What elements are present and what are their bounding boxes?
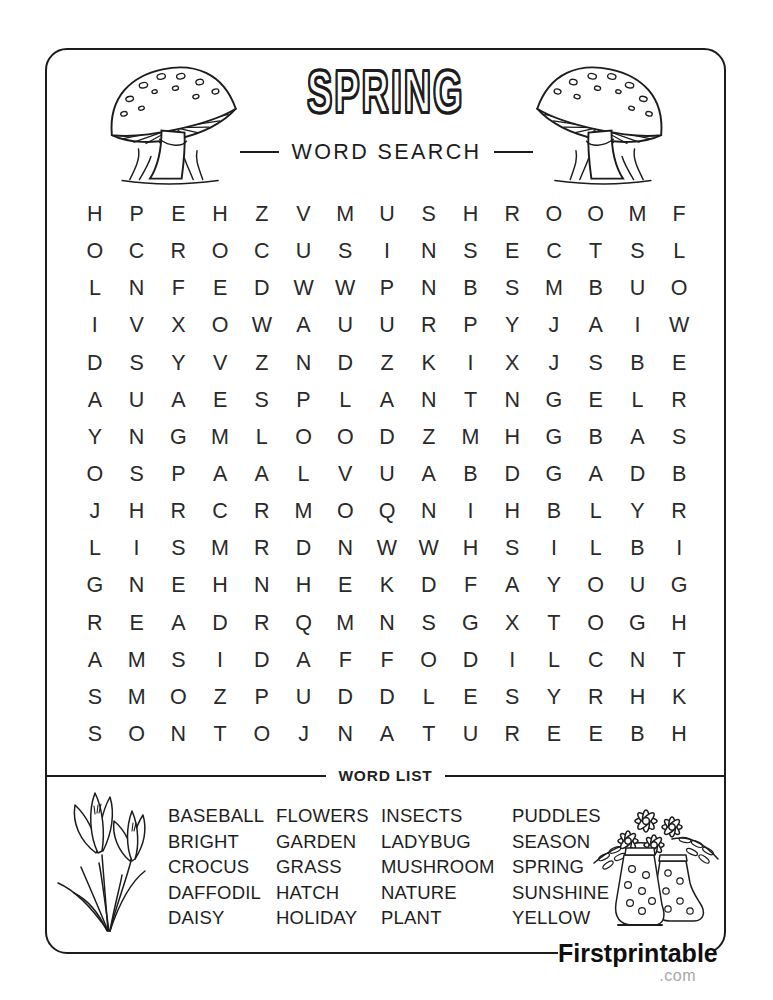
grid-cell[interactable]: A [366,716,408,753]
grid-cell[interactable]: D [324,345,366,382]
grid-cell[interactable]: B [575,270,617,307]
grid-cell[interactable]: Q [366,493,408,530]
grid-cell[interactable]: E [199,270,241,307]
grid-cell[interactable]: O [74,456,116,493]
grid-cell[interactable]: G [658,567,700,604]
grid-cell[interactable]: P [157,456,199,493]
grid-cell[interactable]: A [366,382,408,419]
grid-cell[interactable]: K [366,567,408,604]
grid-cell[interactable]: N [617,642,659,679]
grid-cell[interactable]: E [575,382,617,419]
grid-cell[interactable]: T [575,233,617,270]
grid-cell[interactable]: D [199,604,241,641]
grid-cell[interactable]: G [533,382,575,419]
grid-cell[interactable]: S [491,530,533,567]
grid-cell[interactable]: F [157,270,199,307]
grid-cell[interactable]: D [491,456,533,493]
grid-cell[interactable]: R [491,716,533,753]
grid-cell[interactable]: T [199,716,241,753]
grid-cell[interactable]: S [575,345,617,382]
grid-cell[interactable]: O [283,419,325,456]
grid-cell[interactable]: B [450,456,492,493]
grid-cell[interactable]: S [116,345,158,382]
word-list-item: MUSHROOM [381,854,495,880]
grid-cell[interactable]: R [658,382,700,419]
divider-line-left [46,775,326,777]
grid-cell[interactable]: G [533,419,575,456]
grid-cell[interactable]: W [324,270,366,307]
subtitle-dash-right-icon [494,151,533,153]
grid-cell[interactable]: N [283,345,325,382]
grid-cell[interactable]: M [450,419,492,456]
printable-page: SPRING WORD SEARCH HPEHZVMUSHROOMFOCROCU… [0,0,773,1000]
grid-cell[interactable]: P [450,307,492,344]
grid-cell[interactable]: E [157,196,199,233]
grid-cell[interactable]: Z [199,679,241,716]
grid-cell[interactable]: F [324,642,366,679]
grid-cell[interactable]: E [450,679,492,716]
word-list-item: GARDEN [276,829,369,855]
grid-cell[interactable]: E [575,716,617,753]
grid-cell[interactable]: W [366,530,408,567]
grid-cell[interactable]: N [116,270,158,307]
grid-cell[interactable]: N [324,530,366,567]
grid-cell[interactable]: I [658,530,700,567]
crocus-flowers-icon [50,783,168,935]
grid-cell[interactable]: O [533,196,575,233]
grid-cell[interactable]: H [658,604,700,641]
grid-cell[interactable]: J [533,307,575,344]
grid-cell[interactable]: S [74,679,116,716]
word-list-column: INSECTSLADYBUGMUSHROOMNATUREPLANT [381,803,495,931]
grid-cell[interactable]: V [116,307,158,344]
grid-cell[interactable]: B [617,530,659,567]
grid-cell[interactable]: D [408,567,450,604]
grid-cell[interactable]: B [617,345,659,382]
grid-cell[interactable]: Y [533,679,575,716]
grid-cell[interactable]: D [241,642,283,679]
grid-cell[interactable]: A [617,419,659,456]
grid-cell[interactable]: P [366,270,408,307]
grid-cell[interactable]: R [241,604,283,641]
word-list-item: FLOWERS [276,803,369,829]
grid-cell[interactable]: M [324,196,366,233]
grid-cell[interactable]: H [199,196,241,233]
grid-cell[interactable]: N [157,716,199,753]
grid-cell[interactable]: N [408,270,450,307]
grid-cell[interactable]: O [241,716,283,753]
grid-cell[interactable]: X [157,307,199,344]
grid-cell[interactable]: P [283,382,325,419]
grid-cell[interactable]: W [241,307,283,344]
grid-cell[interactable]: S [157,642,199,679]
grid-cell[interactable]: A [199,456,241,493]
grid-cell[interactable]: O [324,419,366,456]
grid-cell[interactable]: D [366,419,408,456]
grid-cell[interactable]: H [199,567,241,604]
grid-cell[interactable]: C [575,642,617,679]
subtitle-dash-left-icon [240,151,279,153]
grid-cell[interactable]: O [575,604,617,641]
grid-cell[interactable]: C [241,233,283,270]
grid-cell[interactable]: U [450,716,492,753]
grid-cell[interactable]: I [199,642,241,679]
grid-cell[interactable]: O [658,270,700,307]
grid-cell[interactable]: M [116,679,158,716]
grid-cell[interactable]: E [658,345,700,382]
grid-cell[interactable]: S [491,679,533,716]
grid-cell[interactable]: S [617,233,659,270]
grid-cell[interactable]: S [408,196,450,233]
grid-cell[interactable]: M [199,419,241,456]
grid-cell[interactable]: I [450,345,492,382]
grid-cell[interactable]: A [241,456,283,493]
grid-cell[interactable]: N [241,567,283,604]
grid-cell[interactable]: L [575,493,617,530]
grid-cell[interactable]: B [533,493,575,530]
grid-cell[interactable]: S [157,530,199,567]
grid-cell[interactable]: U [324,307,366,344]
word-list-heading: WORD LIST [326,767,444,785]
grid-cell[interactable]: H [283,567,325,604]
grid-cell[interactable]: L [74,530,116,567]
grid-cell[interactable]: N [324,716,366,753]
grid-cell[interactable]: U [116,382,158,419]
grid-cell[interactable]: X [491,345,533,382]
grid-cell[interactable]: E [324,567,366,604]
grid-cell[interactable]: Z [241,196,283,233]
grid-cell[interactable]: U [366,456,408,493]
grid-cell[interactable]: M [533,270,575,307]
grid-cell[interactable]: O [157,679,199,716]
brand-logo: Firstprintable [558,939,714,968]
grid-cell[interactable]: A [575,307,617,344]
grid-cell[interactable]: T [533,604,575,641]
grid-cell[interactable]: L [74,270,116,307]
grid-cell[interactable]: L [575,530,617,567]
grid-cell[interactable]: U [283,233,325,270]
grid-cell[interactable]: B [575,419,617,456]
grid-cell[interactable]: H [450,196,492,233]
grid-cell[interactable]: O [199,307,241,344]
grid-cell[interactable]: R [575,679,617,716]
grid-cell[interactable]: U [617,567,659,604]
grid-cell[interactable]: R [241,530,283,567]
grid-cell[interactable]: E [533,716,575,753]
grid-cell[interactable]: R [658,493,700,530]
grid-cell[interactable]: A [283,307,325,344]
grid-cell[interactable]: L [283,456,325,493]
grid-cell[interactable]: G [617,604,659,641]
grid-cell[interactable]: N [408,382,450,419]
grid-cell[interactable]: O [575,196,617,233]
grid-cell[interactable]: X [491,604,533,641]
grid-cell[interactable]: S [116,456,158,493]
grid-cell[interactable]: Y [617,493,659,530]
grid-cell[interactable]: R [74,604,116,641]
word-list-item: GRASS [276,854,369,880]
grid-cell[interactable]: A [575,456,617,493]
grid-cell[interactable]: M [324,604,366,641]
grid-cell[interactable]: F [658,196,700,233]
grid-cell[interactable]: J [533,345,575,382]
grid-cell[interactable]: W [658,307,700,344]
grid-cell[interactable]: P [241,679,283,716]
grid-cell[interactable]: V [324,456,366,493]
grid-cell[interactable]: I [533,530,575,567]
grid-cell[interactable]: L [658,233,700,270]
grid-cell[interactable]: L [324,382,366,419]
grid-cell[interactable]: L [408,679,450,716]
divider-line-right [445,775,725,777]
grid-cell[interactable]: B [617,716,659,753]
grid-cell[interactable]: S [491,270,533,307]
word-list-item: HOLIDAY [276,905,369,931]
grid-cell[interactable]: Y [157,345,199,382]
grid-cell[interactable]: D [74,345,116,382]
grid-cell[interactable]: D [450,642,492,679]
grid-cell[interactable]: K [408,345,450,382]
grid-cell[interactable]: K [658,679,700,716]
grid-cell[interactable]: L [241,419,283,456]
grid-cell[interactable]: R [491,196,533,233]
grid-cell[interactable]: E [157,567,199,604]
grid-cell[interactable]: A [74,382,116,419]
grid-cell[interactable]: S [450,233,492,270]
grid-cell[interactable]: O [324,493,366,530]
grid-cell[interactable]: O [575,567,617,604]
puzzle-title: SPRING [226,62,547,122]
grid-cell[interactable]: D [617,456,659,493]
grid-cell[interactable]: S [408,604,450,641]
grid-cell[interactable]: M [116,642,158,679]
grid-cell[interactable]: H [116,493,158,530]
word-search-grid: HPEHZVMUSHROOMFOCROCUSINSECTSLLNFEDWWPNB… [74,196,700,753]
grid-cell[interactable]: I [116,530,158,567]
grid-cell[interactable]: V [199,345,241,382]
grid-cell[interactable]: U [283,679,325,716]
grid-cell[interactable]: E [116,604,158,641]
grid-cell[interactable]: A [157,604,199,641]
grid-cell[interactable]: N [116,419,158,456]
mushroom-icon [101,58,245,186]
word-list-item: INSECTS [381,803,495,829]
grid-cell[interactable]: D [241,270,283,307]
word-list-item: BASEBALL [168,803,264,829]
grid-cell[interactable]: Z [408,419,450,456]
grid-cell[interactable]: N [408,493,450,530]
grid-cell[interactable]: S [241,382,283,419]
grid-cell[interactable]: Y [74,419,116,456]
word-list-item: BRIGHT [168,829,264,855]
grid-cell[interactable]: G [74,567,116,604]
grid-cell[interactable]: H [491,493,533,530]
grid-cell[interactable]: E [491,233,533,270]
grid-cell[interactable]: S [658,419,700,456]
puzzle-subtitle: WORD SEARCH [291,140,481,165]
grid-cell[interactable]: L [533,642,575,679]
grid-cell[interactable]: W [408,530,450,567]
grid-cell[interactable]: D [324,679,366,716]
grid-cell[interactable]: R [157,233,199,270]
grid-cell[interactable]: I [450,493,492,530]
grid-cell[interactable]: Z [241,345,283,382]
grid-cell[interactable]: R [408,307,450,344]
grid-cell[interactable]: J [283,716,325,753]
grid-cell[interactable]: Z [366,345,408,382]
grid-cell[interactable]: T [450,382,492,419]
word-list-item: HATCH [276,880,369,906]
grid-cell[interactable]: C [199,493,241,530]
grid-cell[interactable]: A [491,567,533,604]
grid-cell[interactable]: Q [283,604,325,641]
grid-cell[interactable]: N [408,233,450,270]
grid-cell[interactable]: G [533,456,575,493]
grid-cell[interactable]: A [157,382,199,419]
grid-cell[interactable]: N [116,567,158,604]
grid-cell[interactable]: A [283,642,325,679]
grid-cell[interactable]: A [408,456,450,493]
word-list-item: LADYBUG [381,829,495,855]
grid-cell[interactable]: H [617,679,659,716]
grid-cell[interactable]: I [366,233,408,270]
word-list-column: FLOWERSGARDENGRASSHATCHHOLIDAY [276,803,369,931]
grid-cell[interactable]: U [366,196,408,233]
word-list-column: BASEBALLBRIGHTCROCUSDAFFODILDAISY [168,803,264,931]
grid-cell[interactable]: O [74,233,116,270]
grid-cell[interactable]: S [74,716,116,753]
grid-cell[interactable]: C [533,233,575,270]
grid-cell[interactable]: B [658,456,700,493]
grid-cell[interactable]: H [491,419,533,456]
grid-cell[interactable]: W [283,270,325,307]
grid-cell[interactable]: O [116,716,158,753]
rain-boots-icon [588,797,724,939]
grid-cell[interactable]: I [74,307,116,344]
mushroom-icon [528,58,672,186]
grid-cell[interactable]: S [324,233,366,270]
grid-cell[interactable]: F [366,642,408,679]
grid-cell[interactable]: N [491,382,533,419]
grid-cell[interactable]: O [199,233,241,270]
grid-cell[interactable]: I [491,642,533,679]
word-list-item: CROCUS [168,854,264,880]
grid-cell[interactable]: P [116,196,158,233]
word-list-item: PLANT [381,905,495,931]
grid-cell[interactable]: H [450,530,492,567]
grid-cell[interactable]: G [450,604,492,641]
grid-cell[interactable]: Y [533,567,575,604]
grid-cell[interactable]: R [157,493,199,530]
grid-cell[interactable]: V [283,196,325,233]
grid-cell[interactable]: H [658,716,700,753]
word-list-item: DAISY [168,905,264,931]
grid-cell[interactable]: D [366,679,408,716]
grid-cell[interactable]: T [408,716,450,753]
grid-cell[interactable]: F [450,567,492,604]
grid-cell[interactable]: R [241,493,283,530]
grid-cell[interactable]: B [450,270,492,307]
grid-cell[interactable]: T [658,642,700,679]
grid-cell[interactable]: G [157,419,199,456]
grid-cell[interactable]: Y [491,307,533,344]
grid-cell[interactable]: U [366,307,408,344]
grid-cell[interactable]: J [74,493,116,530]
word-list-item: NATURE [381,880,495,906]
grid-cell[interactable]: N [366,604,408,641]
grid-cell[interactable]: A [74,642,116,679]
grid-cell[interactable]: L [617,382,659,419]
grid-cell[interactable]: M [283,493,325,530]
grid-cell[interactable]: M [617,196,659,233]
grid-cell[interactable]: I [617,307,659,344]
brand-domain: .com [558,967,696,985]
grid-cell[interactable]: E [199,382,241,419]
grid-cell[interactable]: U [617,270,659,307]
grid-cell[interactable]: H [74,196,116,233]
grid-cell[interactable]: O [408,642,450,679]
puzzle-subtitle-row: WORD SEARCH [240,138,533,166]
grid-cell[interactable]: D [283,530,325,567]
grid-cell[interactable]: C [116,233,158,270]
grid-cell[interactable]: M [199,530,241,567]
word-list-item: DAFFODIL [168,880,264,906]
